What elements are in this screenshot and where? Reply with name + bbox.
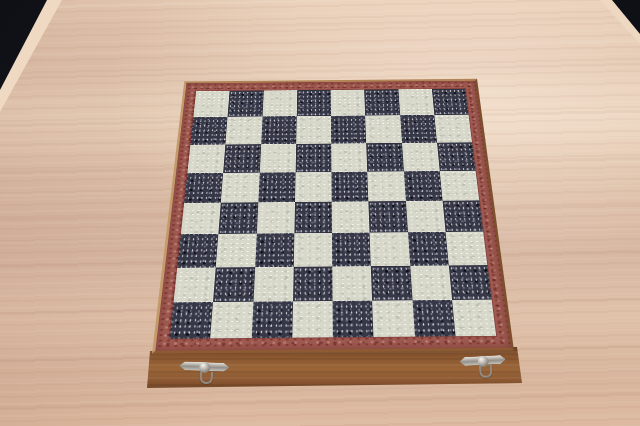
square-h6[interactable] xyxy=(437,142,476,171)
square-d2[interactable] xyxy=(293,266,333,301)
square-b4[interactable] xyxy=(219,202,258,234)
square-e4[interactable] xyxy=(332,201,370,233)
square-c5[interactable] xyxy=(258,172,295,202)
square-b8[interactable] xyxy=(228,91,264,117)
square-f6[interactable] xyxy=(366,143,403,172)
square-c7[interactable] xyxy=(261,116,297,144)
square-g4[interactable] xyxy=(405,201,445,233)
square-h7[interactable] xyxy=(434,115,472,143)
square-b5[interactable] xyxy=(221,172,259,202)
square-a4[interactable] xyxy=(181,203,221,235)
square-a1[interactable] xyxy=(170,302,214,339)
square-c8[interactable] xyxy=(262,90,297,116)
square-e1[interactable] xyxy=(333,300,374,337)
square-d4[interactable] xyxy=(294,202,332,234)
square-g6[interactable] xyxy=(402,142,440,171)
square-b1[interactable] xyxy=(210,301,253,338)
square-b2[interactable] xyxy=(213,267,254,302)
square-d7[interactable] xyxy=(296,116,331,144)
board-grid xyxy=(170,89,497,339)
square-h3[interactable] xyxy=(445,232,487,265)
square-c3[interactable] xyxy=(255,233,294,266)
square-g8[interactable] xyxy=(398,89,434,115)
square-e8[interactable] xyxy=(331,90,366,116)
clasp-hook-icon xyxy=(199,371,212,384)
metal-clasp-right[interactable] xyxy=(459,355,506,381)
square-e2[interactable] xyxy=(332,266,372,301)
square-b7[interactable] xyxy=(226,117,263,145)
square-g7[interactable] xyxy=(400,115,437,143)
square-a7[interactable] xyxy=(190,117,227,145)
square-f4[interactable] xyxy=(369,201,408,233)
square-g2[interactable] xyxy=(410,265,452,300)
square-a2[interactable] xyxy=(174,267,216,302)
square-h4[interactable] xyxy=(442,200,483,232)
square-e7[interactable] xyxy=(331,116,366,144)
metal-clasp-left[interactable] xyxy=(179,361,230,387)
square-d5[interactable] xyxy=(295,172,332,202)
chess-board xyxy=(152,79,514,354)
square-d8[interactable] xyxy=(297,90,331,116)
square-g3[interactable] xyxy=(408,232,449,265)
square-h8[interactable] xyxy=(432,89,469,115)
square-f5[interactable] xyxy=(367,171,405,201)
square-f3[interactable] xyxy=(370,232,410,265)
square-a8[interactable] xyxy=(193,91,229,117)
square-d1[interactable] xyxy=(292,301,333,338)
square-e3[interactable] xyxy=(332,233,371,266)
square-c2[interactable] xyxy=(253,266,293,301)
square-g1[interactable] xyxy=(412,300,455,337)
square-h2[interactable] xyxy=(449,265,492,300)
square-b3[interactable] xyxy=(216,234,256,267)
square-a6[interactable] xyxy=(187,144,225,173)
square-a5[interactable] xyxy=(184,173,223,203)
square-e5[interactable] xyxy=(331,171,368,201)
square-c4[interactable] xyxy=(256,202,294,234)
square-a3[interactable] xyxy=(177,234,218,267)
square-b6[interactable] xyxy=(223,144,260,173)
square-f2[interactable] xyxy=(371,265,412,300)
square-d6[interactable] xyxy=(295,143,331,172)
clasp-hook-icon xyxy=(478,365,492,379)
square-f7[interactable] xyxy=(365,115,401,143)
square-h1[interactable] xyxy=(452,299,496,336)
square-d3[interactable] xyxy=(293,233,332,266)
square-c6[interactable] xyxy=(259,144,296,173)
square-e6[interactable] xyxy=(331,143,367,172)
square-f8[interactable] xyxy=(364,89,399,115)
square-g5[interactable] xyxy=(403,171,442,201)
square-h5[interactable] xyxy=(439,171,479,201)
square-c1[interactable] xyxy=(251,301,293,338)
photo-scene xyxy=(0,0,640,426)
square-f1[interactable] xyxy=(372,300,414,337)
